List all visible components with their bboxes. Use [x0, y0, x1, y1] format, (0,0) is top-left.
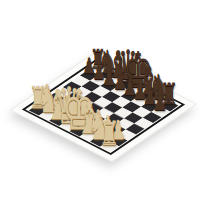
chess-board-grid: [29, 64, 179, 152]
chess-set-product-photo: ♜♞♝♛♚♝♞♜♟♟♟♟♟♟♟♟♟♟♟♟♟♟♟♟♜♞♝♛♚♝♞♜: [0, 0, 200, 200]
chess-board-sheet: [10, 52, 197, 162]
